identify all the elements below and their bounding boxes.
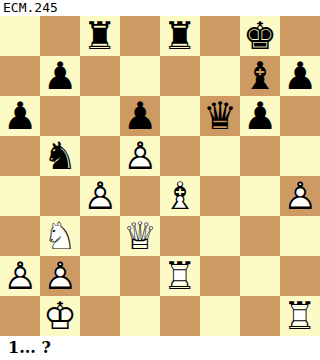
square-b1[interactable]: ♚♔	[40, 296, 80, 336]
square-h7[interactable]: ♟	[280, 56, 320, 96]
square-a4[interactable]	[0, 176, 40, 216]
square-b7[interactable]: ♟	[40, 56, 80, 96]
square-b6[interactable]	[40, 96, 80, 136]
piece-white-outline: ♙	[40, 256, 80, 296]
square-e5[interactable]	[160, 136, 200, 176]
piece-white-pawn: ♟♙	[280, 176, 320, 216]
piece-black-queen: ♛	[200, 96, 240, 136]
square-c1[interactable]	[80, 296, 120, 336]
square-h3[interactable]	[280, 216, 320, 256]
square-b8[interactable]	[40, 16, 80, 56]
piece-white-pawn: ♟♙	[0, 256, 40, 296]
square-d4[interactable]	[120, 176, 160, 216]
square-a6[interactable]: ♟	[0, 96, 40, 136]
square-g2[interactable]	[240, 256, 280, 296]
square-b3[interactable]: ♞♘	[40, 216, 80, 256]
piece-white-outline: ♗	[160, 176, 200, 216]
piece-white-king: ♚♔	[40, 296, 80, 336]
board: ♜♜♚♟♝♟♟♟♛♟♞♟♙♟♙♝♗♟♙♞♘♛♕♟♙♟♙♜♖♚♔♜♖	[0, 16, 320, 336]
piece-white-bishop: ♝♗	[160, 176, 200, 216]
square-c8[interactable]: ♜	[80, 16, 120, 56]
square-g5[interactable]	[240, 136, 280, 176]
piece-white-outline: ♙	[120, 136, 160, 176]
square-b4[interactable]	[40, 176, 80, 216]
piece-black-pawn: ♟	[280, 56, 320, 96]
square-c5[interactable]	[80, 136, 120, 176]
square-g7[interactable]: ♝	[240, 56, 280, 96]
square-e8[interactable]: ♜	[160, 16, 200, 56]
square-h4[interactable]: ♟♙	[280, 176, 320, 216]
square-a2[interactable]: ♟♙	[0, 256, 40, 296]
square-d1[interactable]	[120, 296, 160, 336]
square-e6[interactable]	[160, 96, 200, 136]
square-f1[interactable]	[200, 296, 240, 336]
square-h2[interactable]	[280, 256, 320, 296]
square-a3[interactable]	[0, 216, 40, 256]
square-c7[interactable]	[80, 56, 120, 96]
square-b5[interactable]: ♞	[40, 136, 80, 176]
square-f5[interactable]	[200, 136, 240, 176]
square-f4[interactable]	[200, 176, 240, 216]
piece-black-pawn: ♟	[40, 56, 80, 96]
move-prompt: 1... ?	[0, 336, 320, 360]
square-b2[interactable]: ♟♙	[40, 256, 80, 296]
square-a8[interactable]	[0, 16, 40, 56]
piece-black-knight: ♞	[40, 136, 80, 176]
piece-black-bishop: ♝	[240, 56, 280, 96]
piece-black-pawn: ♟	[120, 96, 160, 136]
square-a5[interactable]	[0, 136, 40, 176]
square-c3[interactable]	[80, 216, 120, 256]
piece-white-pawn: ♟♙	[40, 256, 80, 296]
square-e7[interactable]	[160, 56, 200, 96]
piece-white-outline: ♙	[280, 176, 320, 216]
square-c4[interactable]: ♟♙	[80, 176, 120, 216]
piece-black-pawn: ♟	[240, 96, 280, 136]
piece-white-outline: ♙	[0, 256, 40, 296]
square-d7[interactable]	[120, 56, 160, 96]
square-f7[interactable]	[200, 56, 240, 96]
square-e4[interactable]: ♝♗	[160, 176, 200, 216]
square-h8[interactable]	[280, 16, 320, 56]
piece-black-pawn: ♟	[0, 96, 40, 136]
square-f6[interactable]: ♛	[200, 96, 240, 136]
piece-white-outline: ♘	[40, 216, 80, 256]
piece-white-rook: ♜♖	[160, 256, 200, 296]
square-d3[interactable]: ♛♕	[120, 216, 160, 256]
square-f3[interactable]	[200, 216, 240, 256]
square-a1[interactable]	[0, 296, 40, 336]
square-g1[interactable]	[240, 296, 280, 336]
piece-white-rook: ♜♖	[280, 296, 320, 336]
piece-black-rook: ♜	[160, 16, 200, 56]
square-h5[interactable]	[280, 136, 320, 176]
square-c6[interactable]	[80, 96, 120, 136]
piece-black-rook: ♜	[80, 16, 120, 56]
square-e1[interactable]	[160, 296, 200, 336]
piece-white-knight: ♞♘	[40, 216, 80, 256]
square-h1[interactable]: ♜♖	[280, 296, 320, 336]
piece-white-pawn: ♟♙	[120, 136, 160, 176]
piece-white-outline: ♖	[160, 256, 200, 296]
piece-white-pawn: ♟♙	[80, 176, 120, 216]
square-h6[interactable]	[280, 96, 320, 136]
square-e2[interactable]: ♜♖	[160, 256, 200, 296]
square-g8[interactable]: ♚	[240, 16, 280, 56]
piece-white-outline: ♖	[280, 296, 320, 336]
square-g3[interactable]	[240, 216, 280, 256]
square-d6[interactable]: ♟	[120, 96, 160, 136]
piece-white-outline: ♕	[120, 216, 160, 256]
square-g6[interactable]: ♟	[240, 96, 280, 136]
square-f2[interactable]	[200, 256, 240, 296]
square-e3[interactable]	[160, 216, 200, 256]
piece-white-queen: ♛♕	[120, 216, 160, 256]
piece-white-outline: ♔	[40, 296, 80, 336]
square-d8[interactable]	[120, 16, 160, 56]
square-d2[interactable]	[120, 256, 160, 296]
piece-black-king: ♚	[240, 16, 280, 56]
square-c2[interactable]	[80, 256, 120, 296]
square-a7[interactable]	[0, 56, 40, 96]
square-d5[interactable]: ♟♙	[120, 136, 160, 176]
piece-white-outline: ♙	[80, 176, 120, 216]
square-f8[interactable]	[200, 16, 240, 56]
square-g4[interactable]	[240, 176, 280, 216]
